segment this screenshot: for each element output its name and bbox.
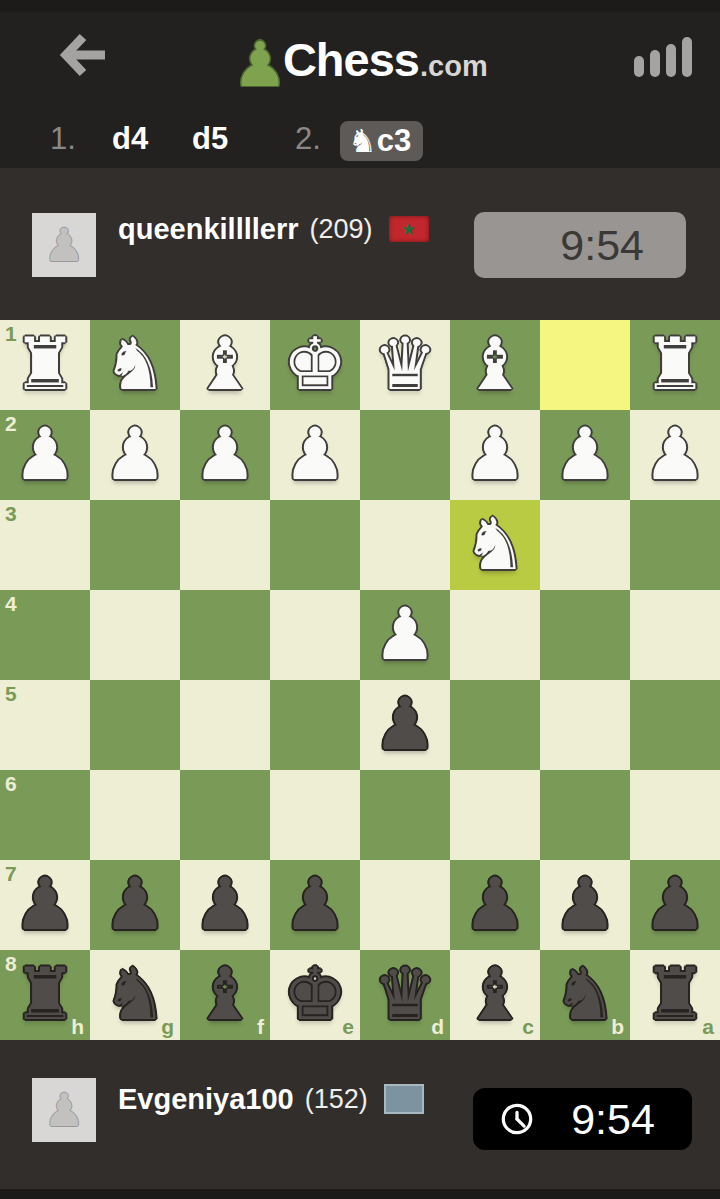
piece-white-knight[interactable]: ♞ bbox=[90, 320, 180, 410]
rank-label-4: 4 bbox=[5, 592, 17, 616]
square-e6[interactable] bbox=[270, 770, 360, 860]
logo-brand-text: Chess bbox=[283, 32, 419, 87]
piece-black-pawn[interactable]: ♟ bbox=[270, 860, 360, 950]
square-h4[interactable]: 4 bbox=[0, 590, 90, 680]
opponent-player-bar: ♟ queenkillllerr (209) ★ 9:54 bbox=[0, 168, 720, 320]
square-h7[interactable]: 7♟ bbox=[0, 860, 90, 950]
rank-label-6: 6 bbox=[5, 772, 17, 796]
piece-black-pawn[interactable]: ♟ bbox=[630, 860, 720, 950]
player-clock-time: 9:54 bbox=[534, 1088, 692, 1150]
flag-star: ★ bbox=[401, 221, 416, 238]
piece-black-bishop[interactable]: ♝ bbox=[450, 950, 540, 1040]
player-name-row[interactable]: Evgeniya100 (152) bbox=[118, 1080, 424, 1118]
square-b1[interactable] bbox=[540, 320, 630, 410]
piece-black-pawn[interactable]: ♟ bbox=[450, 860, 540, 950]
square-d1[interactable]: ♛ bbox=[360, 320, 450, 410]
logo-tld-text: .com bbox=[420, 50, 488, 83]
back-arrow-icon bbox=[59, 33, 111, 77]
square-c5[interactable] bbox=[450, 680, 540, 770]
square-d3[interactable] bbox=[360, 500, 450, 590]
piece-black-pawn[interactable]: ♟ bbox=[360, 680, 450, 770]
square-g7[interactable]: ♟ bbox=[90, 860, 180, 950]
piece-white-knight[interactable]: ♞ bbox=[450, 500, 540, 590]
piece-black-knight[interactable]: ♞ bbox=[540, 950, 630, 1040]
square-f1[interactable]: ♝ bbox=[180, 320, 270, 410]
square-e8[interactable]: e♚ bbox=[270, 950, 360, 1040]
square-f4[interactable] bbox=[180, 590, 270, 680]
square-h1[interactable]: 1♜ bbox=[0, 320, 90, 410]
piece-black-bishop[interactable]: ♝ bbox=[180, 950, 270, 1040]
square-b2[interactable]: ♟ bbox=[540, 410, 630, 500]
square-d2[interactable] bbox=[360, 410, 450, 500]
piece-black-rook[interactable]: ♜ bbox=[630, 950, 720, 1040]
piece-white-pawn[interactable]: ♟ bbox=[360, 590, 450, 680]
player-clock: 9:54 bbox=[473, 1088, 692, 1150]
square-g3[interactable] bbox=[90, 500, 180, 590]
move-list: 1. d4 d5 2. ♞ c3 bbox=[0, 110, 720, 168]
bottom-strip bbox=[0, 1189, 720, 1199]
square-h3[interactable]: 3 bbox=[0, 500, 90, 590]
square-d7[interactable] bbox=[360, 860, 450, 950]
opponent-username: queenkillllerr bbox=[118, 213, 299, 246]
move2-number: 2. bbox=[295, 119, 321, 159]
square-d4[interactable]: ♟ bbox=[360, 590, 450, 680]
signal-strength-icon bbox=[634, 37, 692, 77]
square-e7[interactable]: ♟ bbox=[270, 860, 360, 950]
piece-black-knight[interactable]: ♞ bbox=[90, 950, 180, 1040]
square-a8[interactable]: a♜ bbox=[630, 950, 720, 1040]
move2-current-move-chip[interactable]: ♞ c3 bbox=[340, 121, 423, 161]
square-h8[interactable]: 8h♜ bbox=[0, 950, 90, 1040]
square-c3[interactable]: ♞ bbox=[450, 500, 540, 590]
square-g2[interactable]: ♟ bbox=[90, 410, 180, 500]
opponent-name-row[interactable]: queenkillllerr (209) ★ bbox=[118, 210, 429, 248]
square-f7[interactable]: ♟ bbox=[180, 860, 270, 950]
piece-white-pawn[interactable]: ♟ bbox=[630, 410, 720, 500]
piece-white-king[interactable]: ♚ bbox=[270, 320, 360, 410]
square-a7[interactable]: ♟ bbox=[630, 860, 720, 950]
square-a5[interactable] bbox=[630, 680, 720, 770]
square-b3[interactable] bbox=[540, 500, 630, 590]
square-c1[interactable]: ♝ bbox=[450, 320, 540, 410]
piece-white-pawn[interactable]: ♟ bbox=[0, 410, 90, 500]
square-d6[interactable] bbox=[360, 770, 450, 860]
chess-board: 1♜♞♝♚♛♝♜2♟♟♟♟♟♟♟3♞4♟5♟67♟♟♟♟♟♟♟8h♜g♞f♝e♚… bbox=[0, 320, 720, 1040]
placeholder-flag-icon bbox=[384, 1084, 424, 1114]
square-a2[interactable]: ♟ bbox=[630, 410, 720, 500]
square-h2[interactable]: 2♟ bbox=[0, 410, 90, 500]
rank-label-3: 3 bbox=[5, 502, 17, 526]
square-a3[interactable] bbox=[630, 500, 720, 590]
square-g4[interactable] bbox=[90, 590, 180, 680]
piece-black-pawn[interactable]: ♟ bbox=[0, 860, 90, 950]
piece-white-pawn[interactable]: ♟ bbox=[450, 410, 540, 500]
piece-white-pawn[interactable]: ♟ bbox=[270, 410, 360, 500]
square-c7[interactable]: ♟ bbox=[450, 860, 540, 950]
square-g8[interactable]: g♞ bbox=[90, 950, 180, 1040]
piece-white-rook[interactable]: ♜ bbox=[0, 320, 90, 410]
app-screen: ♟ Chess .com 1. d4 d5 2. ♞ c3 ♟ queenkil… bbox=[0, 0, 720, 1199]
square-b6[interactable] bbox=[540, 770, 630, 860]
square-h6[interactable]: 6 bbox=[0, 770, 90, 860]
piece-white-pawn[interactable]: ♟ bbox=[180, 410, 270, 500]
square-d5[interactable]: ♟ bbox=[360, 680, 450, 770]
piece-black-pawn[interactable]: ♟ bbox=[540, 860, 630, 950]
square-h5[interactable]: 5 bbox=[0, 680, 90, 770]
square-f6[interactable] bbox=[180, 770, 270, 860]
square-e4[interactable] bbox=[270, 590, 360, 680]
opponent-rating: (209) bbox=[310, 214, 373, 245]
square-d8[interactable]: d♛ bbox=[360, 950, 450, 1040]
square-g1[interactable]: ♞ bbox=[90, 320, 180, 410]
avatar-pawn-icon: ♟ bbox=[43, 222, 84, 268]
square-e2[interactable]: ♟ bbox=[270, 410, 360, 500]
square-e3[interactable] bbox=[270, 500, 360, 590]
square-c2[interactable]: ♟ bbox=[450, 410, 540, 500]
status-bar-strip bbox=[0, 0, 720, 12]
square-f5[interactable] bbox=[180, 680, 270, 770]
square-b5[interactable] bbox=[540, 680, 630, 770]
square-g6[interactable] bbox=[90, 770, 180, 860]
top-bar: ♟ Chess .com bbox=[0, 0, 720, 110]
rank-label-5: 5 bbox=[5, 682, 17, 706]
clock-icon bbox=[500, 1102, 534, 1136]
piece-white-pawn[interactable]: ♟ bbox=[90, 410, 180, 500]
opponent-avatar[interactable]: ♟ bbox=[32, 213, 96, 277]
player-bar: ♟ Evgeniya100 (152) 9:54 bbox=[0, 1040, 720, 1199]
square-a1[interactable]: ♜ bbox=[630, 320, 720, 410]
morocco-flag-icon: ★ bbox=[389, 216, 429, 242]
square-f8[interactable]: f♝ bbox=[180, 950, 270, 1040]
piece-black-rook[interactable]: ♜ bbox=[0, 950, 90, 1040]
piece-white-queen[interactable]: ♛ bbox=[360, 320, 450, 410]
move1-number: 1. bbox=[50, 119, 76, 159]
back-button[interactable] bbox=[58, 32, 112, 78]
piece-black-king[interactable]: ♚ bbox=[270, 950, 360, 1040]
move1-black[interactable]: d5 bbox=[192, 119, 228, 159]
square-b4[interactable] bbox=[540, 590, 630, 680]
square-b7[interactable]: ♟ bbox=[540, 860, 630, 950]
player-rating: (152) bbox=[305, 1084, 368, 1115]
piece-black-pawn[interactable]: ♟ bbox=[90, 860, 180, 950]
move1-white[interactable]: d4 bbox=[112, 119, 148, 159]
player-username: Evgeniya100 bbox=[118, 1083, 294, 1116]
square-a6[interactable] bbox=[630, 770, 720, 860]
piece-black-pawn[interactable]: ♟ bbox=[180, 860, 270, 950]
piece-white-rook[interactable]: ♜ bbox=[630, 320, 720, 410]
square-e1[interactable]: ♚ bbox=[270, 320, 360, 410]
logo-pawn-icon: ♟ bbox=[232, 34, 288, 96]
player-avatar[interactable]: ♟ bbox=[32, 1078, 96, 1142]
piece-black-queen[interactable]: ♛ bbox=[360, 950, 450, 1040]
piece-white-pawn[interactable]: ♟ bbox=[540, 410, 630, 500]
square-e5[interactable] bbox=[270, 680, 360, 770]
piece-white-bishop[interactable]: ♝ bbox=[450, 320, 540, 410]
square-a4[interactable] bbox=[630, 590, 720, 680]
square-f3[interactable] bbox=[180, 500, 270, 590]
chesscom-logo: ♟ Chess .com bbox=[232, 24, 487, 87]
square-c6[interactable] bbox=[450, 770, 540, 860]
square-f2[interactable]: ♟ bbox=[180, 410, 270, 500]
square-c4[interactable] bbox=[450, 590, 540, 680]
square-g5[interactable] bbox=[90, 680, 180, 770]
piece-white-bishop[interactable]: ♝ bbox=[180, 320, 270, 410]
square-b8[interactable]: b♞ bbox=[540, 950, 630, 1040]
opponent-clock: 9:54 bbox=[474, 212, 686, 278]
square-c8[interactable]: c♝ bbox=[450, 950, 540, 1040]
move2-white: c3 bbox=[377, 121, 411, 161]
avatar-pawn-icon: ♟ bbox=[43, 1087, 84, 1133]
white-knight-icon: ♞ bbox=[348, 121, 377, 161]
